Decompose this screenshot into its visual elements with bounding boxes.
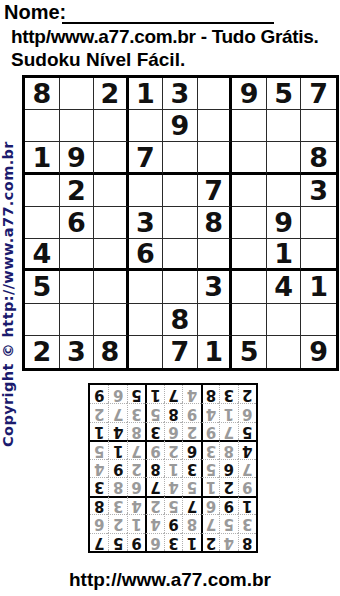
puzzle-cell-r1c5[interactable]: 3 bbox=[163, 78, 198, 110]
solution-cell-r5c9: 4 bbox=[90, 459, 108, 477]
solution-cell-r6c7: 7 bbox=[127, 440, 145, 458]
solution-cell-r1c5: 3 bbox=[164, 533, 182, 551]
solution-cell-r9c8: 6 bbox=[108, 385, 126, 403]
puzzle-cell-r3c2[interactable]: 9 bbox=[60, 142, 95, 174]
solution-cell-r9c7: 5 bbox=[127, 385, 145, 403]
solution-cell-r3c4: 7 bbox=[182, 496, 200, 514]
solution-cell-r1c2: 4 bbox=[219, 533, 237, 551]
solution-cell-r4c2: 2 bbox=[219, 477, 237, 495]
solution-cell-r9c6: 1 bbox=[145, 385, 163, 403]
solution-cell-r3c8: 3 bbox=[108, 496, 126, 514]
puzzle-cell-r1c1[interactable]: 8 bbox=[25, 78, 60, 110]
solution-cell-r9c9: 9 bbox=[90, 385, 108, 403]
puzzle-cell-r1c7[interactable]: 9 bbox=[232, 78, 267, 110]
puzzle-cell-r4c6[interactable]: 7 bbox=[198, 175, 233, 207]
puzzle-cell-r5c3[interactable] bbox=[94, 207, 129, 239]
puzzle-cell-r8c2[interactable] bbox=[60, 304, 95, 336]
puzzle-cell-r2c8[interactable] bbox=[267, 110, 302, 142]
solution-cell-r9c4: 4 bbox=[182, 385, 200, 403]
puzzle-cell-r3c8[interactable] bbox=[267, 142, 302, 174]
solution-cell-r8c8: 7 bbox=[108, 403, 126, 421]
puzzle-cell-r6c5[interactable] bbox=[163, 239, 198, 271]
solution-cell-r6c5: 2 bbox=[164, 440, 182, 458]
puzzle-cell-r8c5[interactable]: 8 bbox=[163, 304, 198, 336]
sudoku-worksheet-page: Nome: http/www.a77.com.br - Tudo Grátis.… bbox=[0, 0, 340, 596]
puzzle-cell-r6c4[interactable]: 6 bbox=[129, 239, 164, 271]
puzzle-level-title: Sudoku Nível Fácil. bbox=[11, 49, 185, 71]
solution-cell-r6c2: 8 bbox=[219, 440, 237, 458]
solution-cell-r9c1: 2 bbox=[238, 385, 256, 403]
solution-cell-r5c2: 6 bbox=[219, 459, 237, 477]
solution-cell-r7c7: 8 bbox=[127, 422, 145, 440]
puzzle-cell-r7c8[interactable]: 4 bbox=[267, 271, 302, 303]
puzzle-cell-r2c4[interactable] bbox=[129, 110, 164, 142]
puzzle-cell-r1c9[interactable]: 7 bbox=[301, 78, 336, 110]
solution-cell-r2c7: 1 bbox=[127, 514, 145, 532]
puzzle-cell-r2c7[interactable] bbox=[232, 110, 267, 142]
puzzle-cell-r5c6[interactable]: 8 bbox=[198, 207, 233, 239]
solution-cell-r7c2: 7 bbox=[219, 422, 237, 440]
puzzle-cell-r4c2[interactable]: 2 bbox=[60, 175, 95, 207]
solution-cell-r1c7: 9 bbox=[127, 533, 145, 551]
solution-cell-r3c2: 9 bbox=[219, 496, 237, 514]
solution-cell-r3c7: 4 bbox=[127, 496, 145, 514]
puzzle-cell-r9c4[interactable] bbox=[129, 336, 164, 368]
solution-cell-r5c8: 9 bbox=[108, 459, 126, 477]
solution-cell-r2c3: 7 bbox=[201, 514, 219, 532]
solution-cell-r1c3: 2 bbox=[201, 533, 219, 551]
puzzle-cell-r3c5[interactable] bbox=[163, 142, 198, 174]
solution-cell-r3c5: 5 bbox=[164, 496, 182, 514]
puzzle-cell-r4c3[interactable] bbox=[94, 175, 129, 207]
puzzle-cell-r9c9[interactable]: 9 bbox=[301, 336, 336, 368]
solution-cell-r6c3: 3 bbox=[201, 440, 219, 458]
puzzle-cell-r4c8[interactable] bbox=[267, 175, 302, 207]
puzzle-cell-r1c2[interactable] bbox=[60, 78, 95, 110]
solution-cell-r4c6: 7 bbox=[145, 477, 163, 495]
solution-cell-r7c8: 4 bbox=[108, 422, 126, 440]
puzzle-cell-r3c1[interactable]: 1 bbox=[25, 142, 60, 174]
puzzle-cell-r3c3[interactable] bbox=[94, 142, 129, 174]
solution-cell-r8c3: 4 bbox=[201, 403, 219, 421]
solution-grid: 8421369573578941261967524389215476837653… bbox=[88, 383, 258, 553]
solution-cell-r6c1: 4 bbox=[238, 440, 256, 458]
solution-cell-r4c7: 6 bbox=[127, 477, 145, 495]
puzzle-cell-r6c2[interactable] bbox=[60, 239, 95, 271]
puzzle-cell-r5c9[interactable] bbox=[301, 207, 336, 239]
solution-cell-r4c5: 4 bbox=[164, 477, 182, 495]
solution-cell-r7c9: 1 bbox=[90, 422, 108, 440]
puzzle-grid: 8213957919782736389461534182387159 bbox=[22, 75, 339, 371]
puzzle-cell-r3c4[interactable]: 7 bbox=[129, 142, 164, 174]
puzzle-cell-r9c6[interactable]: 1 bbox=[198, 336, 233, 368]
puzzle-cell-r2c9[interactable] bbox=[301, 110, 336, 142]
puzzle-cell-r4c1[interactable] bbox=[25, 175, 60, 207]
solution-cell-r4c3: 1 bbox=[201, 477, 219, 495]
solution-cell-r3c9: 8 bbox=[90, 496, 108, 514]
puzzle-cell-r7c3[interactable] bbox=[94, 271, 129, 303]
solution-cell-r7c4: 2 bbox=[182, 422, 200, 440]
solution-cell-r9c2: 3 bbox=[219, 385, 237, 403]
solution-cell-r6c8: 1 bbox=[108, 440, 126, 458]
footer-url: http://www.a77.com.br bbox=[0, 569, 340, 591]
puzzle-cell-r8c4[interactable] bbox=[129, 304, 164, 336]
solution-cell-r4c8: 8 bbox=[108, 477, 126, 495]
copyright-vertical-text: Copyright © http://www.a77.com.br bbox=[0, 87, 18, 447]
solution-cell-r3c3: 6 bbox=[201, 496, 219, 514]
puzzle-cell-r8c8[interactable] bbox=[267, 304, 302, 336]
solution-cell-r2c1: 3 bbox=[238, 514, 256, 532]
puzzle-cell-r3c9[interactable]: 8 bbox=[301, 142, 336, 174]
solution-cell-r5c6: 8 bbox=[145, 459, 163, 477]
puzzle-cell-r5c1[interactable] bbox=[25, 207, 60, 239]
solution-cell-r5c1: 7 bbox=[238, 459, 256, 477]
solution-cell-r9c3: 8 bbox=[201, 385, 219, 403]
puzzle-cell-r9c5[interactable]: 7 bbox=[163, 336, 198, 368]
puzzle-cell-r4c4[interactable] bbox=[129, 175, 164, 207]
puzzle-cell-r8c7[interactable] bbox=[232, 304, 267, 336]
solution-cell-r5c4: 3 bbox=[182, 459, 200, 477]
puzzle-cell-r9c3[interactable]: 8 bbox=[94, 336, 129, 368]
solution-cell-r1c1: 8 bbox=[238, 533, 256, 551]
puzzle-cell-r9c8[interactable] bbox=[267, 336, 302, 368]
solution-cell-r6c6: 9 bbox=[145, 440, 163, 458]
puzzle-cell-r1c3[interactable]: 2 bbox=[94, 78, 129, 110]
puzzle-cell-r7c1[interactable]: 5 bbox=[25, 271, 60, 303]
puzzle-cell-r7c4[interactable] bbox=[129, 271, 164, 303]
solution-cell-r6c9: 5 bbox=[90, 440, 108, 458]
puzzle-cell-r6c6[interactable] bbox=[198, 239, 233, 271]
solution-cell-r5c3: 5 bbox=[201, 459, 219, 477]
puzzle-cell-r4c9[interactable]: 3 bbox=[301, 175, 336, 207]
solution-cell-r8c1: 6 bbox=[238, 403, 256, 421]
puzzle-cell-r5c7[interactable] bbox=[232, 207, 267, 239]
puzzle-cell-r6c7[interactable] bbox=[232, 239, 267, 271]
puzzle-cell-r4c7[interactable] bbox=[232, 175, 267, 207]
solution-cell-r9c5: 7 bbox=[164, 385, 182, 403]
solution-cell-r8c7: 3 bbox=[127, 403, 145, 421]
solution-cell-r1c4: 1 bbox=[182, 533, 200, 551]
puzzle-cell-r3c6[interactable] bbox=[198, 142, 233, 174]
solution-cell-r8c5: 8 bbox=[164, 403, 182, 421]
solution-cell-r4c9: 3 bbox=[90, 477, 108, 495]
solution-cell-r2c2: 5 bbox=[219, 514, 237, 532]
solution-cell-r1c8: 5 bbox=[108, 533, 126, 551]
puzzle-cell-r6c9[interactable] bbox=[301, 239, 336, 271]
solution-cell-r5c7: 2 bbox=[127, 459, 145, 477]
puzzle-cell-r9c1[interactable]: 2 bbox=[25, 336, 60, 368]
puzzle-cell-r3c7[interactable] bbox=[232, 142, 267, 174]
puzzle-cell-r6c8[interactable]: 1 bbox=[267, 239, 302, 271]
solution-cell-r4c1: 9 bbox=[238, 477, 256, 495]
puzzle-cell-r6c1[interactable]: 4 bbox=[25, 239, 60, 271]
solution-cell-r5c5: 1 bbox=[164, 459, 182, 477]
puzzle-cell-r4c5[interactable] bbox=[163, 175, 198, 207]
puzzle-cell-r8c6[interactable] bbox=[198, 304, 233, 336]
puzzle-cell-r7c2[interactable] bbox=[60, 271, 95, 303]
solution-cell-r2c6: 4 bbox=[145, 514, 163, 532]
puzzle-cell-r6c3[interactable] bbox=[94, 239, 129, 271]
solution-cell-r1c9: 7 bbox=[90, 533, 108, 551]
name-label: Nome: bbox=[4, 1, 66, 24]
puzzle-cell-r9c2[interactable]: 3 bbox=[60, 336, 95, 368]
solution-cell-r3c1: 1 bbox=[238, 496, 256, 514]
solution-cell-r2c5: 9 bbox=[164, 514, 182, 532]
puzzle-cell-r7c5[interactable] bbox=[163, 271, 198, 303]
puzzle-cell-r1c8[interactable]: 5 bbox=[267, 78, 302, 110]
puzzle-cell-r8c9[interactable] bbox=[301, 304, 336, 336]
puzzle-cell-r8c3[interactable] bbox=[94, 304, 129, 336]
puzzle-cell-r9c7[interactable]: 5 bbox=[232, 336, 267, 368]
puzzle-cell-r2c1[interactable] bbox=[25, 110, 60, 142]
solution-cell-r7c6: 3 bbox=[145, 422, 163, 440]
solution-cell-r7c1: 5 bbox=[238, 422, 256, 440]
solution-cell-r2c9: 6 bbox=[90, 514, 108, 532]
solution-cell-r2c4: 8 bbox=[182, 514, 200, 532]
solution-cell-r8c2: 1 bbox=[219, 403, 237, 421]
puzzle-cell-r5c5[interactable] bbox=[163, 207, 198, 239]
puzzle-cell-r2c6[interactable] bbox=[198, 110, 233, 142]
puzzle-cell-r5c2[interactable]: 6 bbox=[60, 207, 95, 239]
solution-cell-r7c5: 6 bbox=[164, 422, 182, 440]
puzzle-cell-r7c7[interactable] bbox=[232, 271, 267, 303]
solution-cell-r2c8: 2 bbox=[108, 514, 126, 532]
solution-cell-r8c9: 2 bbox=[90, 403, 108, 421]
puzzle-cell-r5c4[interactable]: 3 bbox=[129, 207, 164, 239]
solution-cell-r8c6: 5 bbox=[145, 403, 163, 421]
puzzle-cell-r2c5[interactable]: 9 bbox=[163, 110, 198, 142]
puzzle-cell-r7c9[interactable]: 1 bbox=[301, 271, 336, 303]
puzzle-cell-r5c8[interactable]: 9 bbox=[267, 207, 302, 239]
solution-cell-r6c4: 6 bbox=[182, 440, 200, 458]
site-tagline: http/www.a77.com.br - Tudo Grátis. bbox=[11, 26, 319, 48]
solution-cell-r7c3: 9 bbox=[201, 422, 219, 440]
solution-cell-r3c6: 2 bbox=[145, 496, 163, 514]
solution-cell-r1c6: 6 bbox=[145, 533, 163, 551]
puzzle-cell-r8c1[interactable] bbox=[25, 304, 60, 336]
puzzle-cell-r1c4[interactable]: 1 bbox=[129, 78, 164, 110]
solution-cell-r8c4: 9 bbox=[182, 403, 200, 421]
puzzle-cell-r1c6[interactable] bbox=[198, 78, 233, 110]
puzzle-cell-r2c2[interactable] bbox=[60, 110, 95, 142]
puzzle-cell-r7c6[interactable]: 3 bbox=[198, 271, 233, 303]
puzzle-cell-r2c3[interactable] bbox=[94, 110, 129, 142]
name-input-line[interactable] bbox=[62, 2, 274, 24]
solution-cell-r4c4: 5 bbox=[182, 477, 200, 495]
